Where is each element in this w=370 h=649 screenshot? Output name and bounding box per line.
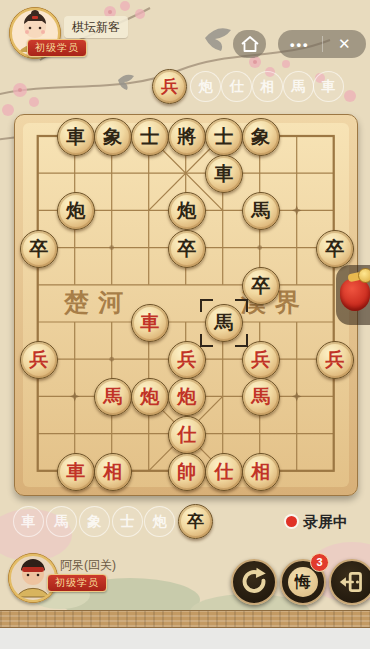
piece-red[interactable]: 相 xyxy=(94,453,132,491)
last-move-marker xyxy=(200,299,213,312)
restart-button[interactable] xyxy=(231,559,277,605)
gold-coin-icon xyxy=(358,268,370,283)
piece-red[interactable]: 馬 xyxy=(242,378,280,416)
piece-red[interactable]: 車 xyxy=(57,453,95,491)
captured-piece-black-pawn: 卒 xyxy=(178,504,213,539)
top-player-name: 棋坛新客 xyxy=(64,16,128,38)
exit-icon xyxy=(338,568,366,596)
piece-red[interactable]: 相 xyxy=(242,453,280,491)
capture-slot: 仕 xyxy=(221,71,252,102)
top-player-rank-badge: 初级学员 xyxy=(27,39,87,57)
undo-icon: 悔 xyxy=(288,567,318,597)
piece-red[interactable]: 仕 xyxy=(205,453,243,491)
piece-red[interactable]: 兵 xyxy=(316,341,354,379)
piece-red[interactable]: 兵 xyxy=(20,341,58,379)
bottom-player-rank-badge: 初级学员 xyxy=(47,574,107,592)
piece-black[interactable]: 炮 xyxy=(57,192,95,230)
piece-red[interactable]: 帥 xyxy=(168,453,206,491)
undo-count-badge: 3 xyxy=(310,553,329,572)
capture-slot: 士 xyxy=(112,506,143,537)
capture-slot: 象 xyxy=(79,506,110,537)
piece-black[interactable]: 象 xyxy=(94,118,132,156)
home-button[interactable] xyxy=(233,30,266,58)
piece-red[interactable]: 馬 xyxy=(94,378,132,416)
last-move-marker xyxy=(235,299,248,312)
piece-black[interactable]: 卒 xyxy=(20,230,58,268)
piece-black[interactable]: 士 xyxy=(131,118,169,156)
capture-slot: 相 xyxy=(252,71,283,102)
close-button[interactable]: ✕ xyxy=(323,35,367,53)
captured-piece-red-pawn: 兵 xyxy=(152,69,187,104)
last-move-marker xyxy=(235,334,248,347)
decorative-border-strip xyxy=(0,610,370,628)
gift-tab[interactable] xyxy=(336,265,370,325)
capture-slot: 炮 xyxy=(190,71,221,102)
recording-label: 录屏中 xyxy=(303,513,348,532)
piece-red[interactable]: 仕 xyxy=(168,416,206,454)
piece-red[interactable]: 車 xyxy=(131,304,169,342)
capture-slot: 馬 xyxy=(283,71,314,102)
piece-black[interactable]: 卒 xyxy=(316,230,354,268)
capture-slot: 馬 xyxy=(46,506,77,537)
piece-black[interactable]: 車 xyxy=(205,155,243,193)
last-move-marker xyxy=(200,334,213,347)
capture-slot: 車 xyxy=(313,71,344,102)
piece-black[interactable]: 士 xyxy=(205,118,243,156)
letterbox-strip xyxy=(0,628,370,649)
capture-slot: 炮 xyxy=(144,506,175,537)
miniapp-capsule: ••• ✕ xyxy=(278,30,366,58)
piece-black[interactable]: 卒 xyxy=(168,230,206,268)
restart-icon xyxy=(239,567,269,597)
more-button[interactable]: ••• xyxy=(278,37,322,52)
bottom-player-name: 阿呆(回关) xyxy=(60,557,116,574)
piece-black[interactable]: 炮 xyxy=(168,192,206,230)
home-icon xyxy=(240,35,260,53)
piece-black[interactable]: 象 xyxy=(242,118,280,156)
exit-button[interactable] xyxy=(329,559,370,605)
piece-black[interactable]: 馬 xyxy=(242,192,280,230)
red-bag-icon xyxy=(340,279,370,311)
piece-red[interactable]: 炮 xyxy=(131,378,169,416)
piece-red[interactable]: 炮 xyxy=(168,378,206,416)
piece-black[interactable]: 將 xyxy=(168,118,206,156)
xiangqi-board[interactable]: 楚河 漢界 車象士將士象車炮炮馬卒卒卒卒車馬兵兵兵兵馬炮炮馬仕車相帥仕相 xyxy=(14,114,358,496)
pieces-layer: 車象士將士象車炮炮馬卒卒卒卒車馬兵兵兵兵馬炮炮馬仕車相帥仕相 xyxy=(15,115,357,495)
piece-black[interactable]: 車 xyxy=(57,118,95,156)
recording-dot xyxy=(286,516,297,527)
capture-slot: 車 xyxy=(13,506,44,537)
